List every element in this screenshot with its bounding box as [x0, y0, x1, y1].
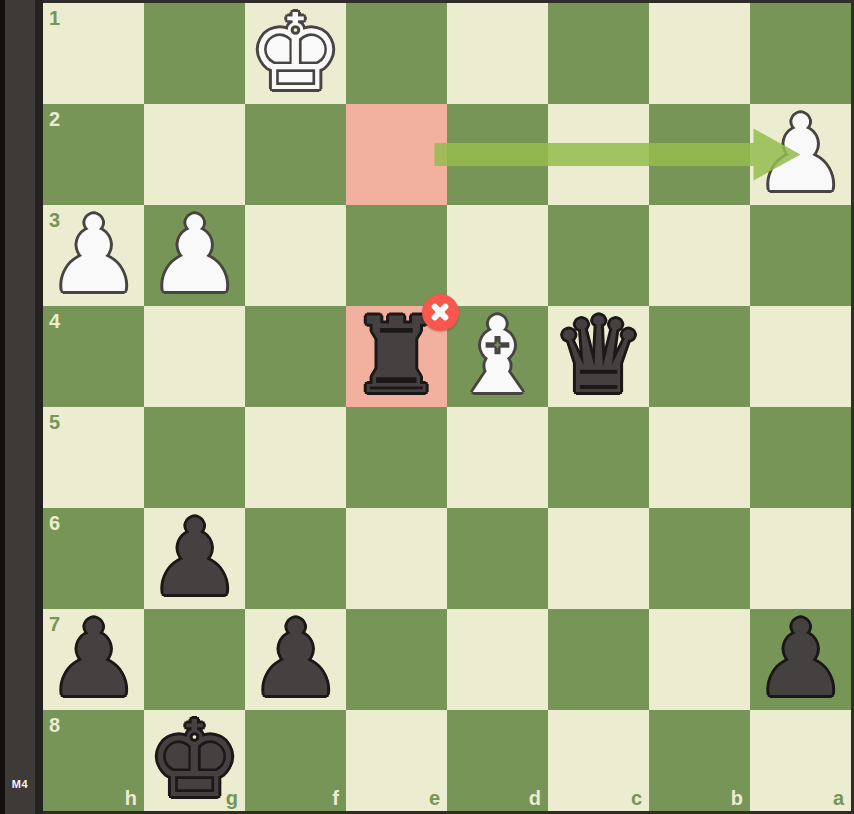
square-b5[interactable] [649, 407, 750, 508]
square-f8[interactable]: f [245, 710, 346, 811]
square-g7[interactable] [144, 609, 245, 710]
square-d5[interactable] [447, 407, 548, 508]
square-d7[interactable] [447, 609, 548, 710]
square-f1[interactable]: ♚ [245, 3, 346, 104]
square-g8[interactable]: g♚ [144, 710, 245, 811]
square-e8[interactable]: e [346, 710, 447, 811]
file-label-b: b [731, 788, 743, 808]
file-label-a: a [833, 788, 844, 808]
square-g1[interactable] [144, 3, 245, 104]
square-c5[interactable] [548, 407, 649, 508]
square-e2[interactable] [346, 104, 447, 205]
square-a1[interactable] [750, 3, 851, 104]
file-label-c: c [631, 788, 642, 808]
square-b2[interactable] [649, 104, 750, 205]
square-d6[interactable] [447, 508, 548, 609]
square-f7[interactable]: ♟ [245, 609, 346, 710]
rank-label-2: 2 [49, 109, 60, 129]
square-f2[interactable] [245, 104, 346, 205]
piece-white-pawn[interactable]: ♟ [144, 205, 245, 306]
rank-label-6: 6 [49, 513, 60, 533]
file-label-h: h [125, 788, 137, 808]
square-g5[interactable] [144, 407, 245, 508]
square-h4[interactable]: 4 [43, 306, 144, 407]
square-f3[interactable] [245, 205, 346, 306]
board-edge-gap [35, 0, 43, 814]
square-d3[interactable] [447, 205, 548, 306]
square-b8[interactable]: b [649, 710, 750, 811]
file-label-f: f [332, 788, 339, 808]
square-h2[interactable]: 2 [43, 104, 144, 205]
file-label-e: e [429, 788, 440, 808]
square-e3[interactable] [346, 205, 447, 306]
rank-label-1: 1 [49, 8, 60, 28]
piece-black-pawn[interactable]: ♟ [245, 609, 346, 710]
square-c6[interactable] [548, 508, 649, 609]
square-e5[interactable] [346, 407, 447, 508]
square-g6[interactable]: ♟ [144, 508, 245, 609]
square-c3[interactable] [548, 205, 649, 306]
chess-board: 1♚2♟3♟♟4♜♝♛56♟7♟♟♟8hg♚fedcba [43, 3, 851, 811]
game-review-screen: M4 1♚2♟3♟♟4♜♝♛56♟7♟♟♟8hg♚fedcba [0, 0, 854, 814]
square-h6[interactable]: 6 [43, 508, 144, 609]
square-f6[interactable] [245, 508, 346, 609]
square-g3[interactable]: ♟ [144, 205, 245, 306]
square-f5[interactable] [245, 407, 346, 508]
square-c4[interactable]: ♛ [548, 306, 649, 407]
square-a2[interactable]: ♟ [750, 104, 851, 205]
square-g4[interactable] [144, 306, 245, 407]
square-a6[interactable] [750, 508, 851, 609]
square-h1[interactable]: 1 [43, 3, 144, 104]
square-b6[interactable] [649, 508, 750, 609]
piece-black-king[interactable]: ♚ [144, 710, 245, 811]
square-d1[interactable] [447, 3, 548, 104]
square-b3[interactable] [649, 205, 750, 306]
square-e6[interactable] [346, 508, 447, 609]
square-a3[interactable] [750, 205, 851, 306]
piece-white-pawn[interactable]: ♟ [43, 205, 144, 306]
piece-white-pawn[interactable]: ♟ [750, 104, 851, 205]
square-e7[interactable] [346, 609, 447, 710]
square-h7[interactable]: 7♟ [43, 609, 144, 710]
square-h5[interactable]: 5 [43, 407, 144, 508]
chess-board-area: 1♚2♟3♟♟4♜♝♛56♟7♟♟♟8hg♚fedcba [43, 3, 851, 811]
square-d2[interactable] [447, 104, 548, 205]
square-f4[interactable] [245, 306, 346, 407]
evaluation-bar: M4 [5, 0, 35, 814]
piece-black-pawn[interactable]: ♟ [43, 609, 144, 710]
square-c8[interactable]: c [548, 710, 649, 811]
square-b1[interactable] [649, 3, 750, 104]
piece-white-bishop[interactable]: ♝ [447, 306, 548, 407]
square-c1[interactable] [548, 3, 649, 104]
square-b7[interactable] [649, 609, 750, 710]
square-a7[interactable]: ♟ [750, 609, 851, 710]
evaluation-label: M4 [12, 778, 28, 814]
square-c7[interactable] [548, 609, 649, 710]
square-d8[interactable]: d [447, 710, 548, 811]
square-d4[interactable]: ♝ [447, 306, 548, 407]
piece-black-pawn[interactable]: ♟ [750, 609, 851, 710]
rank-label-5: 5 [49, 412, 60, 432]
square-h8[interactable]: 8h [43, 710, 144, 811]
file-label-d: d [529, 788, 541, 808]
square-h3[interactable]: 3♟ [43, 205, 144, 306]
square-b4[interactable] [649, 306, 750, 407]
square-c2[interactable] [548, 104, 649, 205]
piece-black-pawn[interactable]: ♟ [144, 508, 245, 609]
square-g2[interactable] [144, 104, 245, 205]
square-a8[interactable]: a [750, 710, 851, 811]
miss-badge-icon [422, 294, 459, 331]
square-a5[interactable] [750, 407, 851, 508]
piece-black-queen[interactable]: ♛ [548, 306, 649, 407]
square-a4[interactable] [750, 306, 851, 407]
piece-white-king[interactable]: ♚ [245, 3, 346, 104]
square-e1[interactable] [346, 3, 447, 104]
